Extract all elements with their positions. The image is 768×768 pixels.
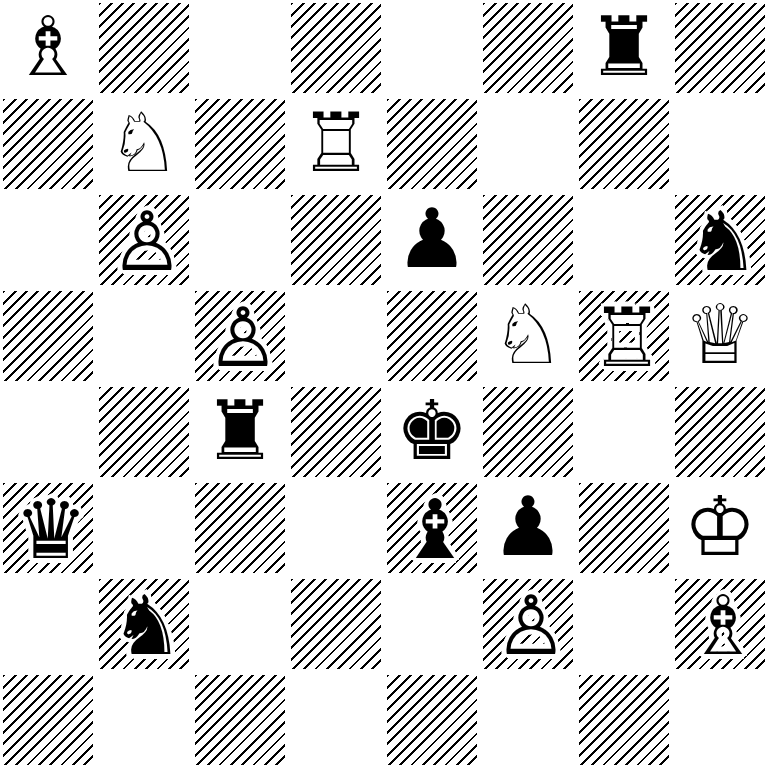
square-h5[interactable]: ♕ bbox=[672, 288, 768, 384]
square-a3[interactable]: ♛ bbox=[0, 480, 96, 576]
square-f3[interactable]: ♟ bbox=[480, 480, 576, 576]
white-bishop-piece: ♗ bbox=[675, 579, 768, 672]
square-h7[interactable] bbox=[672, 96, 768, 192]
chess-board: ♗♜♘♖♙♟♞♙♘♖♕♜♚♛♝♟♔♞♙♗ bbox=[0, 0, 768, 768]
square-f1[interactable] bbox=[480, 672, 576, 768]
square-b2[interactable]: ♞ bbox=[96, 576, 192, 672]
square-b5[interactable] bbox=[96, 288, 192, 384]
white-king-piece: ♔ bbox=[672, 480, 768, 576]
square-c2[interactable] bbox=[192, 576, 288, 672]
square-c1[interactable] bbox=[192, 672, 288, 768]
square-b1[interactable] bbox=[96, 672, 192, 768]
square-g2[interactable] bbox=[576, 576, 672, 672]
square-b3[interactable] bbox=[96, 480, 192, 576]
square-f4[interactable] bbox=[480, 384, 576, 480]
square-d6[interactable] bbox=[288, 192, 384, 288]
square-d4[interactable] bbox=[288, 384, 384, 480]
square-h2[interactable]: ♗ bbox=[672, 576, 768, 672]
square-e1[interactable] bbox=[384, 672, 480, 768]
square-b8[interactable] bbox=[96, 0, 192, 96]
square-d7[interactable]: ♖ bbox=[288, 96, 384, 192]
square-f7[interactable] bbox=[480, 96, 576, 192]
black-queen-piece: ♛ bbox=[3, 483, 96, 576]
black-pawn-piece: ♟ bbox=[480, 480, 576, 576]
square-g4[interactable] bbox=[576, 384, 672, 480]
square-d2[interactable] bbox=[288, 576, 384, 672]
white-knight-piece: ♘ bbox=[96, 96, 192, 192]
square-a8[interactable]: ♗ bbox=[0, 0, 96, 96]
square-g8[interactable]: ♜ bbox=[576, 0, 672, 96]
square-c7[interactable] bbox=[192, 96, 288, 192]
square-e7[interactable] bbox=[384, 96, 480, 192]
white-pawn-piece: ♙ bbox=[99, 195, 192, 288]
square-d8[interactable] bbox=[288, 0, 384, 96]
square-g7[interactable] bbox=[576, 96, 672, 192]
square-f8[interactable] bbox=[480, 0, 576, 96]
square-h8[interactable] bbox=[672, 0, 768, 96]
square-a1[interactable] bbox=[0, 672, 96, 768]
square-a4[interactable] bbox=[0, 384, 96, 480]
square-h6[interactable]: ♞ bbox=[672, 192, 768, 288]
square-e8[interactable] bbox=[384, 0, 480, 96]
white-pawn-piece: ♙ bbox=[483, 579, 576, 672]
square-a2[interactable] bbox=[0, 576, 96, 672]
square-g5[interactable]: ♖ bbox=[576, 288, 672, 384]
white-pawn-piece: ♙ bbox=[195, 291, 288, 384]
black-bishop-piece: ♝ bbox=[387, 483, 480, 576]
white-bishop-piece: ♗ bbox=[0, 0, 96, 96]
black-rook-piece: ♜ bbox=[192, 384, 288, 480]
square-d1[interactable] bbox=[288, 672, 384, 768]
black-rook-piece: ♜ bbox=[576, 0, 672, 96]
square-c3[interactable] bbox=[192, 480, 288, 576]
square-b6[interactable]: ♙ bbox=[96, 192, 192, 288]
white-queen-piece: ♕ bbox=[672, 288, 768, 384]
square-f2[interactable]: ♙ bbox=[480, 576, 576, 672]
square-e2[interactable] bbox=[384, 576, 480, 672]
black-king-piece: ♚ bbox=[384, 384, 480, 480]
white-rook-piece: ♖ bbox=[579, 291, 672, 384]
square-c8[interactable] bbox=[192, 0, 288, 96]
square-f6[interactable] bbox=[480, 192, 576, 288]
square-g1[interactable] bbox=[576, 672, 672, 768]
square-f5[interactable]: ♘ bbox=[480, 288, 576, 384]
square-d5[interactable] bbox=[288, 288, 384, 384]
square-h4[interactable] bbox=[672, 384, 768, 480]
square-g6[interactable] bbox=[576, 192, 672, 288]
square-e3[interactable]: ♝ bbox=[384, 480, 480, 576]
square-a7[interactable] bbox=[0, 96, 96, 192]
square-e4[interactable]: ♚ bbox=[384, 384, 480, 480]
square-g3[interactable] bbox=[576, 480, 672, 576]
black-knight-piece: ♞ bbox=[99, 579, 192, 672]
square-h1[interactable] bbox=[672, 672, 768, 768]
white-knight-piece: ♘ bbox=[480, 288, 576, 384]
square-c5[interactable]: ♙ bbox=[192, 288, 288, 384]
black-knight-piece: ♞ bbox=[675, 195, 768, 288]
square-a6[interactable] bbox=[0, 192, 96, 288]
square-c6[interactable] bbox=[192, 192, 288, 288]
square-e6[interactable]: ♟ bbox=[384, 192, 480, 288]
square-e5[interactable] bbox=[384, 288, 480, 384]
square-b4[interactable] bbox=[96, 384, 192, 480]
black-pawn-piece: ♟ bbox=[384, 192, 480, 288]
square-a5[interactable] bbox=[0, 288, 96, 384]
square-b7[interactable]: ♘ bbox=[96, 96, 192, 192]
square-h3[interactable]: ♔ bbox=[672, 480, 768, 576]
square-d3[interactable] bbox=[288, 480, 384, 576]
square-c4[interactable]: ♜ bbox=[192, 384, 288, 480]
white-rook-piece: ♖ bbox=[288, 96, 384, 192]
